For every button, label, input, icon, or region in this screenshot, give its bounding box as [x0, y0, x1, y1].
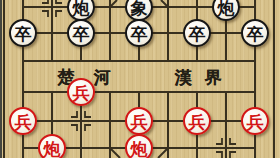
piece-glyph: 炮	[44, 140, 61, 157]
piece-glyph: 兵	[131, 113, 148, 130]
piece-black-soldier[interactable]: 卒	[183, 19, 211, 47]
piece-black-soldier[interactable]: 卒	[125, 19, 153, 47]
piece-glyph: 卒	[189, 25, 206, 42]
piece-glyph: 卒	[131, 25, 148, 42]
piece-glyph: 炮	[131, 140, 148, 157]
piece-glyph: 象	[131, 0, 148, 16]
piece-glyph: 兵	[73, 84, 90, 101]
piece-glyph: 卒	[247, 25, 264, 42]
xiangqi-board[interactable]: 楚河漢界 炮象炮卒卒卒卒卒兵兵兵兵兵炮炮	[0, 0, 280, 158]
piece-black-soldier[interactable]: 卒	[241, 19, 269, 47]
window-edge	[0, 0, 2, 158]
piece-glyph: 卒	[15, 25, 32, 42]
piece-black-soldier[interactable]: 卒	[9, 19, 37, 47]
piece-red-soldier[interactable]: 兵	[67, 78, 95, 106]
piece-red-cannon[interactable]: 炮	[125, 134, 153, 158]
piece-glyph: 卒	[73, 25, 90, 42]
piece-red-soldier[interactable]: 兵	[125, 107, 153, 135]
piece-red-cannon[interactable]: 炮	[38, 134, 66, 158]
river-text: 漢	[171, 67, 195, 87]
piece-glyph: 兵	[247, 113, 264, 130]
river-text: 界	[201, 67, 225, 87]
piece-glyph: 炮	[73, 0, 90, 16]
piece-glyph: 兵	[15, 113, 32, 130]
piece-black-soldier[interactable]: 卒	[67, 19, 95, 47]
piece-glyph: 炮	[218, 0, 235, 16]
piece-glyph: 兵	[189, 113, 206, 130]
piece-red-soldier[interactable]: 兵	[183, 107, 211, 135]
piece-red-soldier[interactable]: 兵	[9, 107, 37, 135]
piece-red-soldier[interactable]: 兵	[241, 107, 269, 135]
river-text: 河	[90, 67, 114, 87]
